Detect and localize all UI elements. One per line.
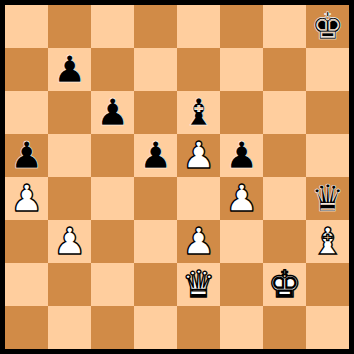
square-a7[interactable] bbox=[5, 48, 48, 91]
square-d4[interactable] bbox=[134, 177, 177, 220]
square-f4[interactable]: ♟ bbox=[220, 177, 263, 220]
square-b4[interactable] bbox=[48, 177, 91, 220]
square-a3[interactable] bbox=[5, 220, 48, 263]
square-c1[interactable] bbox=[91, 306, 134, 349]
square-a5[interactable]: ♟ bbox=[5, 134, 48, 177]
square-f1[interactable] bbox=[220, 306, 263, 349]
square-h5[interactable] bbox=[306, 134, 349, 177]
square-f5[interactable]: ♟ bbox=[220, 134, 263, 177]
square-d8[interactable] bbox=[134, 5, 177, 48]
square-g2[interactable]: ♚ bbox=[263, 263, 306, 306]
square-d2[interactable] bbox=[134, 263, 177, 306]
square-h8[interactable]: ♚ bbox=[306, 5, 349, 48]
square-c5[interactable] bbox=[91, 134, 134, 177]
square-d7[interactable] bbox=[134, 48, 177, 91]
square-c8[interactable] bbox=[91, 5, 134, 48]
white-pawn-piece[interactable]: ♟ bbox=[225, 177, 258, 220]
square-c7[interactable] bbox=[91, 48, 134, 91]
square-b2[interactable] bbox=[48, 263, 91, 306]
square-b6[interactable] bbox=[48, 91, 91, 134]
square-c2[interactable] bbox=[91, 263, 134, 306]
square-f7[interactable] bbox=[220, 48, 263, 91]
square-d1[interactable] bbox=[134, 306, 177, 349]
square-d6[interactable] bbox=[134, 91, 177, 134]
square-g7[interactable] bbox=[263, 48, 306, 91]
square-f2[interactable] bbox=[220, 263, 263, 306]
square-g8[interactable] bbox=[263, 5, 306, 48]
square-b7[interactable]: ♟ bbox=[48, 48, 91, 91]
square-a6[interactable] bbox=[5, 91, 48, 134]
square-c3[interactable] bbox=[91, 220, 134, 263]
square-e7[interactable] bbox=[177, 48, 220, 91]
black-pawn-piece[interactable]: ♟ bbox=[139, 134, 172, 177]
square-e5[interactable]: ♟ bbox=[177, 134, 220, 177]
square-d5[interactable]: ♟ bbox=[134, 134, 177, 177]
square-b1[interactable] bbox=[48, 306, 91, 349]
white-pawn-piece[interactable]: ♟ bbox=[53, 220, 86, 263]
square-b5[interactable] bbox=[48, 134, 91, 177]
square-h3[interactable]: ♝ bbox=[306, 220, 349, 263]
square-a8[interactable] bbox=[5, 5, 48, 48]
black-pawn-piece[interactable]: ♟ bbox=[96, 91, 129, 134]
square-b8[interactable] bbox=[48, 5, 91, 48]
square-g3[interactable] bbox=[263, 220, 306, 263]
square-d3[interactable] bbox=[134, 220, 177, 263]
square-h6[interactable] bbox=[306, 91, 349, 134]
chess-board: ♚♟♟♝♟♟♟♟♟♟♛♟♟♝♛♚ bbox=[5, 5, 349, 349]
square-e1[interactable] bbox=[177, 306, 220, 349]
black-king-piece[interactable]: ♚ bbox=[311, 5, 344, 48]
square-f8[interactable] bbox=[220, 5, 263, 48]
square-a1[interactable] bbox=[5, 306, 48, 349]
square-e2[interactable]: ♛ bbox=[177, 263, 220, 306]
black-pawn-piece[interactable]: ♟ bbox=[225, 134, 258, 177]
square-c6[interactable]: ♟ bbox=[91, 91, 134, 134]
square-g4[interactable] bbox=[263, 177, 306, 220]
square-f3[interactable] bbox=[220, 220, 263, 263]
square-h2[interactable] bbox=[306, 263, 349, 306]
black-pawn-piece[interactable]: ♟ bbox=[10, 134, 43, 177]
square-g5[interactable] bbox=[263, 134, 306, 177]
black-bishop-piece[interactable]: ♝ bbox=[182, 91, 215, 134]
square-h4[interactable]: ♛ bbox=[306, 177, 349, 220]
black-queen-piece[interactable]: ♛ bbox=[311, 177, 344, 220]
square-h1[interactable] bbox=[306, 306, 349, 349]
square-e8[interactable] bbox=[177, 5, 220, 48]
black-pawn-piece[interactable]: ♟ bbox=[53, 48, 86, 91]
white-pawn-piece[interactable]: ♟ bbox=[182, 220, 215, 263]
white-bishop-piece[interactable]: ♝ bbox=[311, 220, 344, 263]
square-g1[interactable] bbox=[263, 306, 306, 349]
square-c4[interactable] bbox=[91, 177, 134, 220]
square-e6[interactable]: ♝ bbox=[177, 91, 220, 134]
board-frame: ♚♟♟♝♟♟♟♟♟♟♛♟♟♝♛♚ bbox=[0, 0, 354, 354]
square-h7[interactable] bbox=[306, 48, 349, 91]
square-f6[interactable] bbox=[220, 91, 263, 134]
square-a4[interactable]: ♟ bbox=[5, 177, 48, 220]
square-e4[interactable] bbox=[177, 177, 220, 220]
square-a2[interactable] bbox=[5, 263, 48, 306]
square-e3[interactable]: ♟ bbox=[177, 220, 220, 263]
white-queen-piece[interactable]: ♛ bbox=[182, 263, 215, 306]
square-g6[interactable] bbox=[263, 91, 306, 134]
square-b3[interactable]: ♟ bbox=[48, 220, 91, 263]
white-king-piece[interactable]: ♚ bbox=[268, 263, 301, 306]
white-pawn-piece[interactable]: ♟ bbox=[182, 134, 215, 177]
white-pawn-piece[interactable]: ♟ bbox=[10, 177, 43, 220]
